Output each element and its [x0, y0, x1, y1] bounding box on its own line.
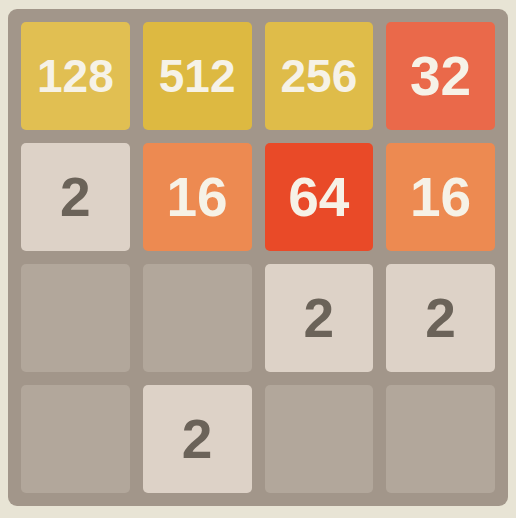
cell-r2c1: 2 [21, 143, 130, 251]
page-background: 128 512 256 32 2 16 64 16 2 2 2 [0, 0, 516, 518]
cell-r4c3 [265, 385, 374, 493]
cell-r3c3: 2 [265, 264, 374, 372]
cell-r1c4: 32 [386, 22, 495, 130]
cell-r2c3: 64 [265, 143, 374, 251]
cell-r3c4: 2 [386, 264, 495, 372]
cell-r4c2: 2 [143, 385, 252, 493]
cell-r2c4: 16 [386, 143, 495, 251]
cell-r4c1 [21, 385, 130, 493]
cell-r1c2: 512 [143, 22, 252, 130]
game-board-2048[interactable]: 128 512 256 32 2 16 64 16 2 2 2 [8, 9, 508, 506]
cell-r3c2 [143, 264, 252, 372]
cell-r4c4 [386, 385, 495, 493]
cell-r3c1 [21, 264, 130, 372]
cell-r1c3: 256 [265, 22, 374, 130]
cell-r2c2: 16 [143, 143, 252, 251]
cell-r1c1: 128 [21, 22, 130, 130]
